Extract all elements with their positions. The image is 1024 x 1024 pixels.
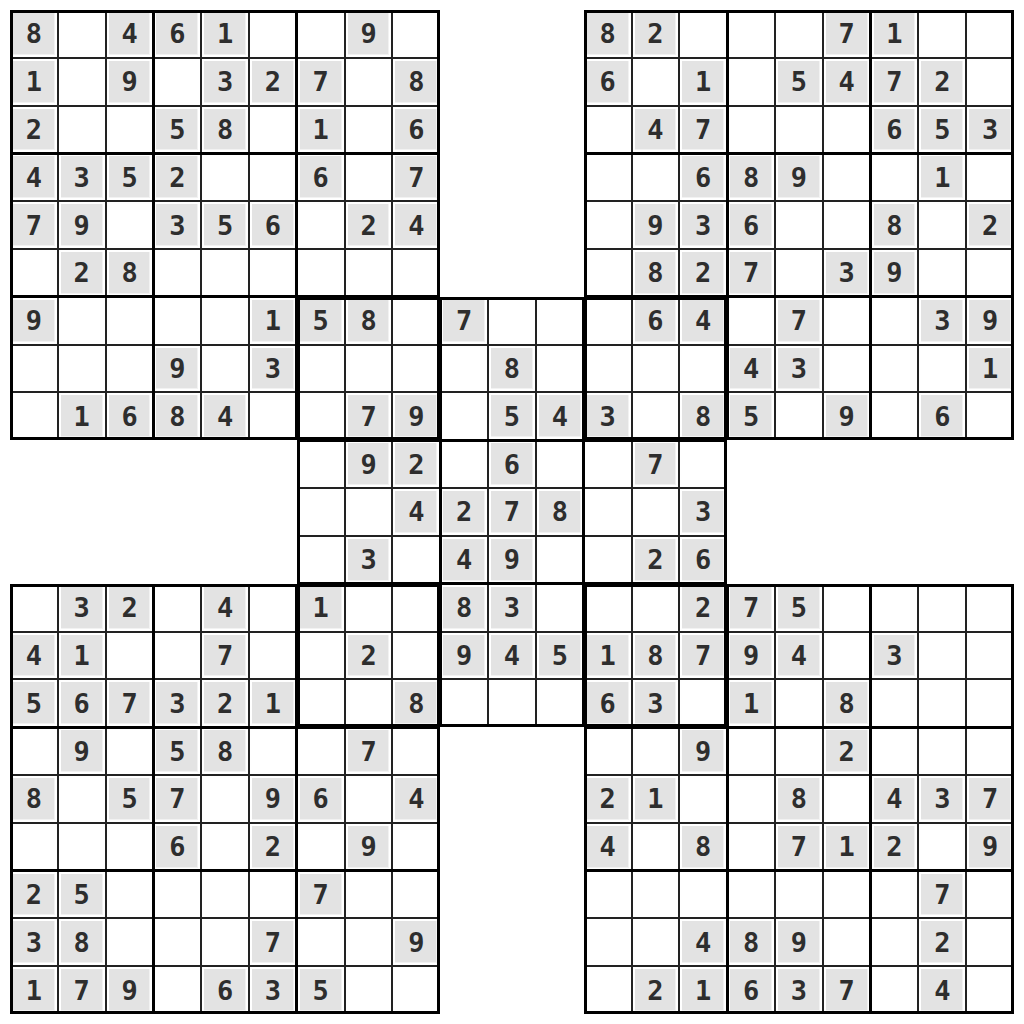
cell-r20c13[interactable]: [584, 918, 632, 966]
cell-r15c5[interactable]: 2: [201, 679, 249, 727]
cell-r5c16[interactable]: 6: [727, 201, 775, 249]
cell-r3c15[interactable]: 7: [679, 106, 727, 154]
cell-r14c4[interactable]: [153, 632, 201, 680]
cell-r10c11[interactable]: 6: [488, 440, 536, 488]
cell-r4c2[interactable]: 3: [58, 153, 106, 201]
cell-r19c2[interactable]: 5: [58, 871, 106, 919]
cell-r4c15[interactable]: 6: [679, 153, 727, 201]
cell-r18c19[interactable]: 2: [871, 823, 919, 871]
cell-r8c19[interactable]: [871, 345, 919, 393]
cell-r11c15[interactable]: 3: [679, 488, 727, 536]
cell-r16c19[interactable]: [871, 727, 919, 775]
cell-r13c13[interactable]: [584, 584, 632, 632]
cell-r14c6[interactable]: [249, 632, 297, 680]
cell-r16c5[interactable]: 8: [201, 727, 249, 775]
cell-r11c12[interactable]: 8: [536, 488, 584, 536]
cell-r12c11[interactable]: 9: [488, 536, 536, 584]
cell-r7c6[interactable]: 1: [249, 297, 297, 345]
cell-r9c15[interactable]: 8: [679, 392, 727, 440]
cell-r14c17[interactable]: 4: [775, 632, 823, 680]
cell-r18c17[interactable]: 7: [775, 823, 823, 871]
cell-r17c1[interactable]: 8: [10, 775, 58, 823]
cell-r21c15[interactable]: 1: [679, 966, 727, 1014]
cell-r1c20[interactable]: [918, 10, 966, 58]
cell-r5c21[interactable]: 2: [966, 201, 1014, 249]
cell-r3c16[interactable]: [727, 106, 775, 154]
cell-r3c6[interactable]: [249, 106, 297, 154]
cell-r1c17[interactable]: [775, 10, 823, 58]
cell-r13c4[interactable]: [153, 584, 201, 632]
cell-r7c2[interactable]: [58, 297, 106, 345]
cell-r8c15[interactable]: [679, 345, 727, 393]
cell-r14c3[interactable]: [106, 632, 154, 680]
cell-r18c16[interactable]: [727, 823, 775, 871]
cell-r19c13[interactable]: [584, 871, 632, 919]
cell-r16c1[interactable]: [10, 727, 58, 775]
cell-r17c20[interactable]: 3: [918, 775, 966, 823]
cell-r12c12[interactable]: [536, 536, 584, 584]
cell-r2c3[interactable]: 9: [106, 58, 154, 106]
cell-r4c20[interactable]: 1: [918, 153, 966, 201]
cell-r6c5[interactable]: [201, 249, 249, 297]
cell-r15c14[interactable]: 3: [632, 679, 680, 727]
cell-r15c16[interactable]: 1: [727, 679, 775, 727]
cell-r4c18[interactable]: [823, 153, 871, 201]
cell-r21c18[interactable]: 7: [823, 966, 871, 1014]
cell-r9c3[interactable]: 6: [106, 392, 154, 440]
cell-r9c11[interactable]: 5: [488, 392, 536, 440]
cell-r3c4[interactable]: 5: [153, 106, 201, 154]
cell-r7c10[interactable]: 7: [440, 297, 488, 345]
cell-r2c13[interactable]: 6: [584, 58, 632, 106]
cell-r20c8[interactable]: [345, 918, 393, 966]
cell-r1c19[interactable]: 1: [871, 10, 919, 58]
cell-r10c14[interactable]: 7: [632, 440, 680, 488]
cell-r9c1[interactable]: [10, 392, 58, 440]
cell-r18c9[interactable]: [392, 823, 440, 871]
cell-r6c16[interactable]: 7: [727, 249, 775, 297]
cell-r18c4[interactable]: 6: [153, 823, 201, 871]
cell-r1c6[interactable]: [249, 10, 297, 58]
cell-r16c17[interactable]: [775, 727, 823, 775]
cell-r7c17[interactable]: 7: [775, 297, 823, 345]
cell-r7c16[interactable]: [727, 297, 775, 345]
cell-r7c13[interactable]: [584, 297, 632, 345]
cell-r12c8[interactable]: 3: [345, 536, 393, 584]
cell-r21c19[interactable]: [871, 966, 919, 1014]
cell-r7c14[interactable]: 6: [632, 297, 680, 345]
cell-r15c3[interactable]: 7: [106, 679, 154, 727]
cell-r12c9[interactable]: [392, 536, 440, 584]
cell-r17c15[interactable]: [679, 775, 727, 823]
cell-r13c21[interactable]: [966, 584, 1014, 632]
cell-r13c5[interactable]: 4: [201, 584, 249, 632]
cell-r21c6[interactable]: 3: [249, 966, 297, 1014]
cell-r7c5[interactable]: [201, 297, 249, 345]
cell-r8c18[interactable]: [823, 345, 871, 393]
cell-r17c9[interactable]: 4: [392, 775, 440, 823]
cell-r2c21[interactable]: [966, 58, 1014, 106]
cell-r13c8[interactable]: [345, 584, 393, 632]
cell-r19c19[interactable]: [871, 871, 919, 919]
cell-r6c21[interactable]: [966, 249, 1014, 297]
cell-r16c14[interactable]: [632, 727, 680, 775]
cell-r1c13[interactable]: 8: [584, 10, 632, 58]
cell-r15c20[interactable]: [918, 679, 966, 727]
cell-r4c21[interactable]: [966, 153, 1014, 201]
cell-r17c8[interactable]: [345, 775, 393, 823]
cell-r11c9[interactable]: 4: [392, 488, 440, 536]
cell-r9c9[interactable]: 9: [392, 392, 440, 440]
cell-r16c7[interactable]: [297, 727, 345, 775]
cell-r9c21[interactable]: [966, 392, 1014, 440]
cell-r6c19[interactable]: 9: [871, 249, 919, 297]
cell-r8c10[interactable]: [440, 345, 488, 393]
cell-r14c21[interactable]: [966, 632, 1014, 680]
cell-r14c2[interactable]: 1: [58, 632, 106, 680]
cell-r14c9[interactable]: [392, 632, 440, 680]
cell-r3c14[interactable]: 4: [632, 106, 680, 154]
cell-r1c8[interactable]: 9: [345, 10, 393, 58]
cell-r20c16[interactable]: 8: [727, 918, 775, 966]
cell-r9c14[interactable]: [632, 392, 680, 440]
cell-r19c20[interactable]: 7: [918, 871, 966, 919]
cell-r19c18[interactable]: [823, 871, 871, 919]
cell-r3c2[interactable]: [58, 106, 106, 154]
cell-r15c11[interactable]: [488, 679, 536, 727]
cell-r19c9[interactable]: [392, 871, 440, 919]
cell-r4c13[interactable]: [584, 153, 632, 201]
cell-r14c11[interactable]: 4: [488, 632, 536, 680]
cell-r9c5[interactable]: 4: [201, 392, 249, 440]
cell-r11c8[interactable]: [345, 488, 393, 536]
cell-r6c9[interactable]: [392, 249, 440, 297]
cell-r16c20[interactable]: [918, 727, 966, 775]
cell-r5c6[interactable]: 6: [249, 201, 297, 249]
cell-r19c16[interactable]: [727, 871, 775, 919]
cell-r17c7[interactable]: 6: [297, 775, 345, 823]
cell-r19c4[interactable]: [153, 871, 201, 919]
cell-r4c3[interactable]: 5: [106, 153, 154, 201]
cell-r12c15[interactable]: 6: [679, 536, 727, 584]
cell-r15c7[interactable]: [297, 679, 345, 727]
cell-r20c21[interactable]: [966, 918, 1014, 966]
cell-r5c5[interactable]: 5: [201, 201, 249, 249]
cell-r1c16[interactable]: [727, 10, 775, 58]
cell-r5c14[interactable]: 9: [632, 201, 680, 249]
cell-r17c19[interactable]: 4: [871, 775, 919, 823]
cell-r15c10[interactable]: [440, 679, 488, 727]
cell-r14c1[interactable]: 4: [10, 632, 58, 680]
cell-r6c2[interactable]: 2: [58, 249, 106, 297]
cell-r20c5[interactable]: [201, 918, 249, 966]
cell-r3c19[interactable]: 6: [871, 106, 919, 154]
cell-r15c13[interactable]: 6: [584, 679, 632, 727]
cell-r5c18[interactable]: [823, 201, 871, 249]
cell-r13c11[interactable]: 3: [488, 584, 536, 632]
cell-r6c1[interactable]: [10, 249, 58, 297]
cell-r13c14[interactable]: [632, 584, 680, 632]
cell-r3c1[interactable]: 2: [10, 106, 58, 154]
cell-r7c21[interactable]: 9: [966, 297, 1014, 345]
cell-r2c2[interactable]: [58, 58, 106, 106]
cell-r4c7[interactable]: 6: [297, 153, 345, 201]
cell-r14c10[interactable]: 9: [440, 632, 488, 680]
cell-r13c20[interactable]: [918, 584, 966, 632]
cell-r21c9[interactable]: [392, 966, 440, 1014]
cell-r19c14[interactable]: [632, 871, 680, 919]
cell-r2c9[interactable]: 8: [392, 58, 440, 106]
cell-r2c17[interactable]: 5: [775, 58, 823, 106]
cell-r18c13[interactable]: 4: [584, 823, 632, 871]
cell-r21c8[interactable]: [345, 966, 393, 1014]
cell-r5c3[interactable]: [106, 201, 154, 249]
cell-r14c13[interactable]: 1: [584, 632, 632, 680]
cell-r5c2[interactable]: 9: [58, 201, 106, 249]
cell-r21c16[interactable]: 6: [727, 966, 775, 1014]
cell-r4c4[interactable]: 2: [153, 153, 201, 201]
cell-r7c19[interactable]: [871, 297, 919, 345]
cell-r9c4[interactable]: 8: [153, 392, 201, 440]
cell-r21c7[interactable]: 5: [297, 966, 345, 1014]
cell-r7c3[interactable]: [106, 297, 154, 345]
cell-r16c16[interactable]: [727, 727, 775, 775]
cell-r16c13[interactable]: [584, 727, 632, 775]
cell-r1c7[interactable]: [297, 10, 345, 58]
cell-r5c7[interactable]: [297, 201, 345, 249]
cell-r7c9[interactable]: [392, 297, 440, 345]
cell-r20c3[interactable]: [106, 918, 154, 966]
cell-r16c6[interactable]: [249, 727, 297, 775]
cell-r3c21[interactable]: 3: [966, 106, 1014, 154]
cell-r17c14[interactable]: 1: [632, 775, 680, 823]
cell-r17c21[interactable]: 7: [966, 775, 1014, 823]
cell-r18c18[interactable]: 1: [823, 823, 871, 871]
cell-r2c14[interactable]: [632, 58, 680, 106]
cell-r15c19[interactable]: [871, 679, 919, 727]
cell-r16c8[interactable]: 7: [345, 727, 393, 775]
cell-r18c6[interactable]: 2: [249, 823, 297, 871]
cell-r10c13[interactable]: [584, 440, 632, 488]
cell-r6c4[interactable]: [153, 249, 201, 297]
cell-r7c15[interactable]: 4: [679, 297, 727, 345]
cell-r7c1[interactable]: 9: [10, 297, 58, 345]
cell-r8c3[interactable]: [106, 345, 154, 393]
cell-r19c7[interactable]: 7: [297, 871, 345, 919]
cell-r10c9[interactable]: 2: [392, 440, 440, 488]
cell-r8c21[interactable]: 1: [966, 345, 1014, 393]
cell-r1c21[interactable]: [966, 10, 1014, 58]
cell-r17c17[interactable]: 8: [775, 775, 823, 823]
cell-r5c15[interactable]: 3: [679, 201, 727, 249]
cell-r18c8[interactable]: 9: [345, 823, 393, 871]
cell-r2c19[interactable]: 7: [871, 58, 919, 106]
cell-r6c6[interactable]: [249, 249, 297, 297]
cell-r1c3[interactable]: 4: [106, 10, 154, 58]
cell-r13c18[interactable]: [823, 584, 871, 632]
cell-r9c18[interactable]: 9: [823, 392, 871, 440]
cell-r15c21[interactable]: [966, 679, 1014, 727]
cell-r14c12[interactable]: 5: [536, 632, 584, 680]
cell-r20c17[interactable]: 9: [775, 918, 823, 966]
cell-r14c15[interactable]: 7: [679, 632, 727, 680]
cell-r14c8[interactable]: 2: [345, 632, 393, 680]
cell-r1c15[interactable]: [679, 10, 727, 58]
cell-r13c3[interactable]: 2: [106, 584, 154, 632]
cell-r8c2[interactable]: [58, 345, 106, 393]
cell-r17c18[interactable]: [823, 775, 871, 823]
cell-r9c16[interactable]: 5: [727, 392, 775, 440]
cell-r5c13[interactable]: [584, 201, 632, 249]
cell-r10c15[interactable]: [679, 440, 727, 488]
cell-r21c5[interactable]: 6: [201, 966, 249, 1014]
cell-r6c15[interactable]: 2: [679, 249, 727, 297]
cell-r9c20[interactable]: 6: [918, 392, 966, 440]
cell-r14c7[interactable]: [297, 632, 345, 680]
cell-r13c16[interactable]: 7: [727, 584, 775, 632]
cell-r13c19[interactable]: [871, 584, 919, 632]
cell-r16c18[interactable]: 2: [823, 727, 871, 775]
cell-r10c7[interactable]: [297, 440, 345, 488]
cell-r13c7[interactable]: 1: [297, 584, 345, 632]
cell-r3c18[interactable]: [823, 106, 871, 154]
cell-r14c19[interactable]: 3: [871, 632, 919, 680]
cell-r8c7[interactable]: [297, 345, 345, 393]
cell-r9c8[interactable]: 7: [345, 392, 393, 440]
cell-r8c9[interactable]: [392, 345, 440, 393]
cell-r13c12[interactable]: [536, 584, 584, 632]
cell-r3c7[interactable]: 1: [297, 106, 345, 154]
cell-r20c20[interactable]: 2: [918, 918, 966, 966]
cell-r1c5[interactable]: 1: [201, 10, 249, 58]
cell-r16c15[interactable]: 9: [679, 727, 727, 775]
cell-r14c5[interactable]: 7: [201, 632, 249, 680]
cell-r8c17[interactable]: 3: [775, 345, 823, 393]
cell-r8c16[interactable]: 4: [727, 345, 775, 393]
cell-r6c20[interactable]: [918, 249, 966, 297]
cell-r7c12[interactable]: [536, 297, 584, 345]
cell-r11c10[interactable]: 2: [440, 488, 488, 536]
cell-r14c16[interactable]: 9: [727, 632, 775, 680]
cell-r2c5[interactable]: 3: [201, 58, 249, 106]
cell-r8c4[interactable]: 9: [153, 345, 201, 393]
cell-r19c5[interactable]: [201, 871, 249, 919]
cell-r21c1[interactable]: 1: [10, 966, 58, 1014]
cell-r12c13[interactable]: [584, 536, 632, 584]
cell-r15c12[interactable]: [536, 679, 584, 727]
cell-r20c4[interactable]: [153, 918, 201, 966]
cell-r13c2[interactable]: 3: [58, 584, 106, 632]
cell-r16c4[interactable]: 5: [153, 727, 201, 775]
cell-r18c1[interactable]: [10, 823, 58, 871]
cell-r6c13[interactable]: [584, 249, 632, 297]
cell-r7c7[interactable]: 5: [297, 297, 345, 345]
cell-r8c13[interactable]: [584, 345, 632, 393]
cell-r13c9[interactable]: [392, 584, 440, 632]
cell-r11c11[interactable]: 7: [488, 488, 536, 536]
cell-r14c20[interactable]: [918, 632, 966, 680]
cell-r12c14[interactable]: 2: [632, 536, 680, 584]
cell-r6c14[interactable]: 8: [632, 249, 680, 297]
cell-r4c16[interactable]: 8: [727, 153, 775, 201]
cell-r10c10[interactable]: [440, 440, 488, 488]
cell-r19c15[interactable]: [679, 871, 727, 919]
cell-r8c8[interactable]: [345, 345, 393, 393]
cell-r7c8[interactable]: 8: [345, 297, 393, 345]
cell-r18c21[interactable]: 9: [966, 823, 1014, 871]
cell-r17c2[interactable]: [58, 775, 106, 823]
cell-r20c9[interactable]: 9: [392, 918, 440, 966]
cell-r21c20[interactable]: 4: [918, 966, 966, 1014]
cell-r17c6[interactable]: 9: [249, 775, 297, 823]
cell-r20c7[interactable]: [297, 918, 345, 966]
cell-r7c4[interactable]: [153, 297, 201, 345]
cell-r13c6[interactable]: [249, 584, 297, 632]
cell-r17c5[interactable]: [201, 775, 249, 823]
cell-r12c7[interactable]: [297, 536, 345, 584]
cell-r9c7[interactable]: [297, 392, 345, 440]
cell-r21c4[interactable]: [153, 966, 201, 1014]
cell-r20c19[interactable]: [871, 918, 919, 966]
cell-r9c6[interactable]: [249, 392, 297, 440]
cell-r9c17[interactable]: [775, 392, 823, 440]
cell-r1c4[interactable]: 6: [153, 10, 201, 58]
cell-r18c2[interactable]: [58, 823, 106, 871]
cell-r20c18[interactable]: [823, 918, 871, 966]
cell-r1c14[interactable]: 2: [632, 10, 680, 58]
cell-r2c4[interactable]: [153, 58, 201, 106]
cell-r3c5[interactable]: 8: [201, 106, 249, 154]
cell-r5c9[interactable]: 4: [392, 201, 440, 249]
cell-r13c10[interactable]: 8: [440, 584, 488, 632]
cell-r8c12[interactable]: [536, 345, 584, 393]
cell-r8c6[interactable]: 3: [249, 345, 297, 393]
cell-r2c7[interactable]: 7: [297, 58, 345, 106]
cell-r15c6[interactable]: 1: [249, 679, 297, 727]
cell-r19c3[interactable]: [106, 871, 154, 919]
cell-r15c1[interactable]: 5: [10, 679, 58, 727]
cell-r20c1[interactable]: 3: [10, 918, 58, 966]
cell-r6c3[interactable]: 8: [106, 249, 154, 297]
cell-r16c21[interactable]: [966, 727, 1014, 775]
cell-r19c8[interactable]: [345, 871, 393, 919]
cell-r5c8[interactable]: 2: [345, 201, 393, 249]
cell-r21c13[interactable]: [584, 966, 632, 1014]
cell-r3c17[interactable]: [775, 106, 823, 154]
cell-r13c1[interactable]: [10, 584, 58, 632]
cell-r5c19[interactable]: 8: [871, 201, 919, 249]
cell-r18c15[interactable]: 8: [679, 823, 727, 871]
cell-r21c2[interactable]: 7: [58, 966, 106, 1014]
cell-r20c2[interactable]: 8: [58, 918, 106, 966]
cell-r16c3[interactable]: [106, 727, 154, 775]
cell-r15c2[interactable]: 6: [58, 679, 106, 727]
cell-r4c6[interactable]: [249, 153, 297, 201]
cell-r19c17[interactable]: [775, 871, 823, 919]
cell-r4c8[interactable]: [345, 153, 393, 201]
cell-r20c6[interactable]: 7: [249, 918, 297, 966]
cell-r8c20[interactable]: [918, 345, 966, 393]
cell-r15c8[interactable]: [345, 679, 393, 727]
cell-r8c11[interactable]: 8: [488, 345, 536, 393]
cell-r1c2[interactable]: [58, 10, 106, 58]
cell-r2c15[interactable]: 1: [679, 58, 727, 106]
cell-r8c14[interactable]: [632, 345, 680, 393]
cell-r18c5[interactable]: [201, 823, 249, 871]
cell-r2c16[interactable]: [727, 58, 775, 106]
cell-r21c3[interactable]: 9: [106, 966, 154, 1014]
cell-r16c9[interactable]: [392, 727, 440, 775]
